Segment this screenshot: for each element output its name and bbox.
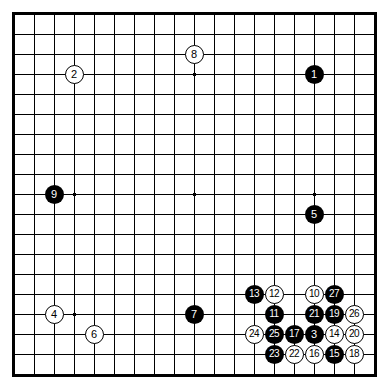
stone-20-white[interactable]: 20 [345, 325, 364, 344]
stone-22-white[interactable]: 22 [285, 345, 304, 364]
go-diagram: 1234567891011121314151617181920212223242… [0, 0, 390, 390]
stone-14-white[interactable]: 14 [325, 325, 344, 344]
stone-23-black[interactable]: 23 [265, 345, 284, 364]
stone-2-white[interactable]: 2 [65, 65, 84, 84]
stone-10-white[interactable]: 10 [305, 285, 324, 304]
stone-3-black[interactable]: 3 [305, 325, 324, 344]
stone-12-white[interactable]: 12 [265, 285, 284, 304]
stone-18-white[interactable]: 18 [345, 345, 364, 364]
stone-15-black[interactable]: 15 [325, 345, 344, 364]
stone-1-black[interactable]: 1 [305, 65, 324, 84]
stone-5-black[interactable]: 5 [305, 205, 324, 224]
go-board[interactable]: 1234567891011121314151617181920212223242… [4, 4, 384, 384]
stone-17-black[interactable]: 17 [285, 325, 304, 344]
stone-11-black[interactable]: 11 [265, 305, 284, 324]
stone-27-black[interactable]: 27 [325, 285, 344, 304]
stone-21-black[interactable]: 21 [305, 305, 324, 324]
stone-25-black[interactable]: 25 [265, 325, 284, 344]
stone-13-black[interactable]: 13 [245, 285, 264, 304]
stone-16-white[interactable]: 16 [305, 345, 324, 364]
stone-24-white[interactable]: 24 [245, 325, 264, 344]
stone-19-black[interactable]: 19 [325, 305, 344, 324]
stone-4-white[interactable]: 4 [45, 305, 64, 324]
stone-9-black[interactable]: 9 [45, 185, 64, 204]
stone-8-white[interactable]: 8 [185, 45, 204, 64]
stone-7-black[interactable]: 7 [185, 305, 204, 324]
stone-6-white[interactable]: 6 [85, 325, 104, 344]
stone-26-white[interactable]: 26 [345, 305, 364, 324]
